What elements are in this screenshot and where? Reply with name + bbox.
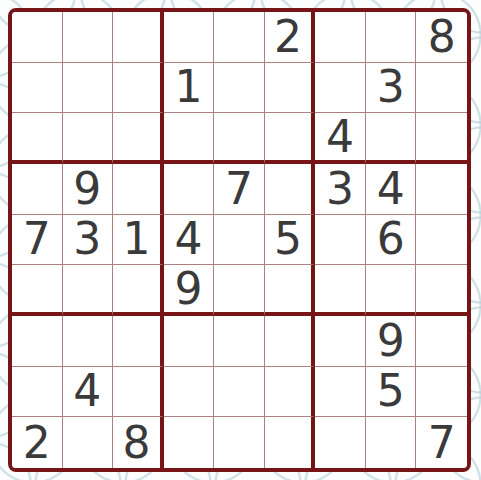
cell-r2c3[interactable]	[113, 63, 164, 114]
cell-r2c5[interactable]	[214, 63, 265, 114]
cell-r5c8[interactable]: 6	[366, 215, 417, 266]
cell-r4c4[interactable]	[164, 164, 215, 215]
cell-r6c8[interactable]	[366, 265, 417, 316]
cell-r6c4[interactable]: 9	[164, 265, 215, 316]
cell-r9c7[interactable]	[315, 417, 366, 468]
cell-r7c9[interactable]	[416, 316, 467, 367]
cell-r1c1[interactable]	[12, 12, 63, 63]
cell-r7c4[interactable]	[164, 316, 215, 367]
cell-r3c1[interactable]	[12, 113, 63, 164]
cell-r5c1[interactable]: 7	[12, 215, 63, 266]
cell-r7c2[interactable]	[63, 316, 114, 367]
cell-r9c2[interactable]	[63, 417, 114, 468]
cell-r1c9[interactable]: 8	[416, 12, 467, 63]
cell-r2c6[interactable]	[265, 63, 316, 114]
cell-r8c7[interactable]	[315, 367, 366, 418]
cell-r2c9[interactable]	[416, 63, 467, 114]
cell-r5c6[interactable]: 5	[265, 215, 316, 266]
cell-r5c3[interactable]: 1	[113, 215, 164, 266]
cell-r7c7[interactable]	[315, 316, 366, 367]
cell-r8c2[interactable]: 4	[63, 367, 114, 418]
cell-r6c2[interactable]	[63, 265, 114, 316]
cell-r5c9[interactable]	[416, 215, 467, 266]
cell-r3c3[interactable]	[113, 113, 164, 164]
cell-r6c6[interactable]	[265, 265, 316, 316]
cell-r1c7[interactable]	[315, 12, 366, 63]
cell-r4c8[interactable]: 4	[366, 164, 417, 215]
cell-r2c2[interactable]	[63, 63, 114, 114]
cell-r8c8[interactable]: 5	[366, 367, 417, 418]
cell-r1c2[interactable]	[63, 12, 114, 63]
cell-r7c1[interactable]	[12, 316, 63, 367]
page-background: { "game": "sudoku", "position": ".....2.…	[0, 0, 481, 480]
cell-r8c9[interactable]	[416, 367, 467, 418]
cell-r7c3[interactable]	[113, 316, 164, 367]
cell-r6c9[interactable]	[416, 265, 467, 316]
cell-r8c6[interactable]	[265, 367, 316, 418]
cell-r7c8[interactable]: 9	[366, 316, 417, 367]
cell-r3c9[interactable]	[416, 113, 467, 164]
cell-r7c5[interactable]	[214, 316, 265, 367]
cell-r4c5[interactable]: 7	[214, 164, 265, 215]
cell-r4c2[interactable]: 9	[63, 164, 114, 215]
cell-r1c5[interactable]	[214, 12, 265, 63]
cell-r6c1[interactable]	[12, 265, 63, 316]
cell-r2c7[interactable]	[315, 63, 366, 114]
cell-r1c8[interactable]	[366, 12, 417, 63]
cell-r1c4[interactable]	[164, 12, 215, 63]
cell-r8c3[interactable]	[113, 367, 164, 418]
cell-r5c5[interactable]	[214, 215, 265, 266]
cell-r5c2[interactable]: 3	[63, 215, 114, 266]
cell-r8c5[interactable]	[214, 367, 265, 418]
cell-r8c4[interactable]	[164, 367, 215, 418]
sudoku-board: 2813497347314569945287	[8, 8, 471, 472]
cell-r6c3[interactable]	[113, 265, 164, 316]
cell-r1c3[interactable]	[113, 12, 164, 63]
cell-r4c1[interactable]	[12, 164, 63, 215]
cell-r3c6[interactable]	[265, 113, 316, 164]
cell-r4c7[interactable]: 3	[315, 164, 366, 215]
cell-r9c9[interactable]: 7	[416, 417, 467, 468]
cell-r6c7[interactable]	[315, 265, 366, 316]
cell-r9c3[interactable]: 8	[113, 417, 164, 468]
cell-r9c5[interactable]	[214, 417, 265, 468]
cell-r8c1[interactable]	[12, 367, 63, 418]
cell-r3c4[interactable]	[164, 113, 215, 164]
cell-r4c9[interactable]	[416, 164, 467, 215]
cell-r3c7[interactable]: 4	[315, 113, 366, 164]
cell-r6c5[interactable]	[214, 265, 265, 316]
cell-r4c3[interactable]	[113, 164, 164, 215]
cell-r5c4[interactable]: 4	[164, 215, 215, 266]
cell-r9c4[interactable]	[164, 417, 215, 468]
cell-r2c4[interactable]: 1	[164, 63, 215, 114]
cell-r3c2[interactable]	[63, 113, 114, 164]
cell-r5c7[interactable]	[315, 215, 366, 266]
cell-r9c8[interactable]	[366, 417, 417, 468]
cell-r7c6[interactable]	[265, 316, 316, 367]
cell-r9c6[interactable]	[265, 417, 316, 468]
cell-r2c8[interactable]: 3	[366, 63, 417, 114]
cell-r9c1[interactable]: 2	[12, 417, 63, 468]
cell-r3c8[interactable]	[366, 113, 417, 164]
cell-r4c6[interactable]	[265, 164, 316, 215]
cell-r3c5[interactable]	[214, 113, 265, 164]
cell-r2c1[interactable]	[12, 63, 63, 114]
cell-r1c6[interactable]: 2	[265, 12, 316, 63]
